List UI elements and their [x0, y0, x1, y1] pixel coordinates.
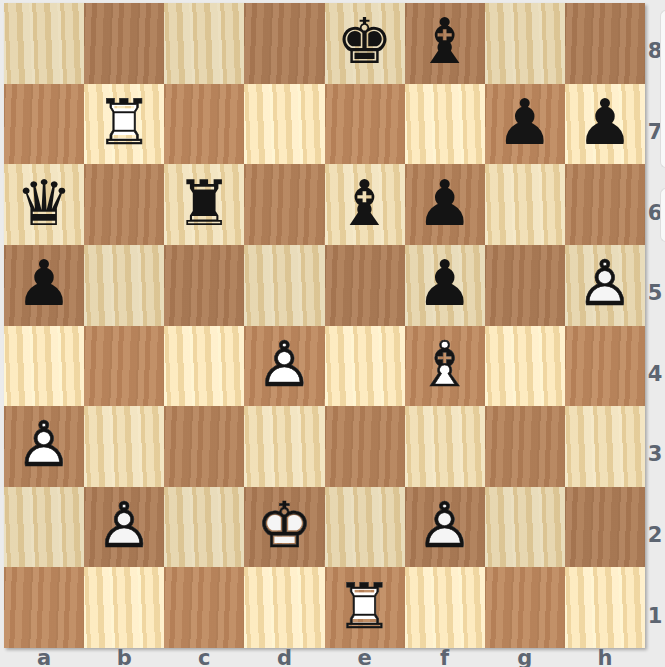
square-a7[interactable] [4, 84, 84, 165]
white-pawn-outline-glyph: ♙ [84, 494, 164, 557]
square-b6[interactable] [84, 164, 164, 245]
white-rook-outline-glyph: ♖ [84, 91, 164, 154]
square-f2[interactable]: ♟♙ [405, 487, 485, 568]
square-b7[interactable]: ♜♖ [84, 84, 164, 165]
piece-black-rook-c6[interactable]: ♜ [164, 164, 244, 245]
file-label-d: d [244, 646, 324, 667]
piece-white-pawn-d4[interactable]: ♟♙ [244, 326, 324, 407]
square-d1[interactable] [244, 567, 324, 648]
square-h4[interactable] [565, 326, 645, 407]
square-f8[interactable]: ♝ [405, 3, 485, 84]
square-b5[interactable] [84, 245, 164, 326]
rank-label-3: 3 [645, 414, 665, 495]
piece-white-pawn-h5[interactable]: ♟♙ [565, 245, 645, 326]
piece-black-pawn-h7[interactable]: ♟ [565, 84, 645, 165]
white-pawn-outline-glyph: ♙ [244, 332, 324, 395]
square-f7[interactable] [405, 84, 485, 165]
square-h3[interactable] [565, 406, 645, 487]
piece-white-rook-b7[interactable]: ♜♖ [84, 84, 164, 165]
black-bishop-glyph: ♝ [325, 171, 405, 234]
square-a8[interactable] [4, 3, 84, 84]
white-bishop-outline-glyph: ♗ [405, 332, 485, 395]
square-d2[interactable]: ♚♔ [244, 487, 324, 568]
file-label-a: a [4, 646, 84, 667]
square-a3[interactable]: ♟♙ [4, 406, 84, 487]
square-h1[interactable] [565, 567, 645, 648]
square-e8[interactable]: ♚ [325, 3, 405, 84]
square-f1[interactable] [405, 567, 485, 648]
square-h6[interactable] [565, 164, 645, 245]
square-g1[interactable] [485, 567, 565, 648]
square-e7[interactable] [325, 84, 405, 165]
square-a1[interactable] [4, 567, 84, 648]
square-h5[interactable]: ♟♙ [565, 245, 645, 326]
square-g4[interactable] [485, 326, 565, 407]
black-pawn-glyph: ♟ [405, 171, 485, 234]
square-e2[interactable] [325, 487, 405, 568]
black-pawn-glyph: ♟ [485, 91, 565, 154]
black-king-glyph: ♚ [325, 10, 405, 73]
square-c2[interactable] [164, 487, 244, 568]
square-c8[interactable] [164, 3, 244, 84]
file-label-h: h [565, 646, 645, 667]
white-pawn-outline-glyph: ♙ [4, 413, 84, 476]
square-e1[interactable]: ♜♖ [325, 567, 405, 648]
square-e4[interactable] [325, 326, 405, 407]
chess-board: ♚♝♜♖♟♟♛♜♝♟♟♟♟♙♟♙♝♗♟♙♟♙♚♔♟♙♜♖ [4, 3, 645, 648]
square-b2[interactable]: ♟♙ [84, 487, 164, 568]
square-e6[interactable]: ♝ [325, 164, 405, 245]
rank-label-5: 5 [645, 253, 665, 334]
white-pawn-outline-glyph: ♙ [565, 252, 645, 315]
piece-white-bishop-f4[interactable]: ♝♗ [405, 326, 485, 407]
black-pawn-glyph: ♟ [565, 91, 645, 154]
square-c7[interactable] [164, 84, 244, 165]
piece-white-pawn-b2[interactable]: ♟♙ [84, 487, 164, 568]
right-edge-card [660, 188, 665, 242]
square-e5[interactable] [325, 245, 405, 326]
black-queen-glyph: ♛ [4, 171, 84, 234]
piece-black-pawn-f5[interactable]: ♟ [405, 245, 485, 326]
piece-black-queen-a6[interactable]: ♛ [4, 164, 84, 245]
square-g7[interactable]: ♟ [485, 84, 565, 165]
square-g5[interactable] [485, 245, 565, 326]
piece-black-bishop-e6[interactable]: ♝ [325, 164, 405, 245]
piece-white-rook-e1[interactable]: ♜♖ [325, 567, 405, 648]
white-king-outline-glyph: ♔ [244, 494, 324, 557]
black-pawn-glyph: ♟ [405, 252, 485, 315]
square-d5[interactable] [244, 245, 324, 326]
square-f5[interactable]: ♟ [405, 245, 485, 326]
square-c1[interactable] [164, 567, 244, 648]
black-bishop-glyph: ♝ [405, 10, 485, 73]
right-edge-card [660, 10, 665, 168]
piece-black-pawn-g7[interactable]: ♟ [485, 84, 565, 165]
square-h7[interactable]: ♟ [565, 84, 645, 165]
square-h2[interactable] [565, 487, 645, 568]
rank-label-4: 4 [645, 334, 665, 415]
square-f4[interactable]: ♝♗ [405, 326, 485, 407]
square-c4[interactable] [164, 326, 244, 407]
piece-black-bishop-f8[interactable]: ♝ [405, 3, 485, 84]
square-g3[interactable] [485, 406, 565, 487]
piece-white-king-d2[interactable]: ♚♔ [244, 487, 324, 568]
square-b3[interactable] [84, 406, 164, 487]
square-b4[interactable] [84, 326, 164, 407]
file-label-g: g [485, 646, 565, 667]
square-a5[interactable]: ♟ [4, 245, 84, 326]
square-f6[interactable]: ♟ [405, 164, 485, 245]
black-pawn-glyph: ♟ [4, 252, 84, 315]
square-g6[interactable] [485, 164, 565, 245]
square-c3[interactable] [164, 406, 244, 487]
square-d7[interactable] [244, 84, 324, 165]
square-c6[interactable]: ♜ [164, 164, 244, 245]
rank-label-2: 2 [645, 495, 665, 576]
square-a4[interactable] [4, 326, 84, 407]
square-d4[interactable]: ♟♙ [244, 326, 324, 407]
square-h8[interactable] [565, 3, 645, 84]
square-g2[interactable] [485, 487, 565, 568]
file-label-c: c [164, 646, 244, 667]
file-label-e: e [325, 646, 405, 667]
square-c5[interactable] [164, 245, 244, 326]
square-b1[interactable] [84, 567, 164, 648]
file-label-b: b [84, 646, 164, 667]
file-labels: abcdefgh [4, 646, 645, 667]
square-d8[interactable] [244, 3, 324, 84]
rank-label-1: 1 [645, 575, 665, 656]
white-pawn-outline-glyph: ♙ [405, 494, 485, 557]
piece-white-pawn-f2[interactable]: ♟♙ [405, 487, 485, 568]
black-rook-glyph: ♜ [164, 171, 244, 234]
piece-black-king-e8[interactable]: ♚ [325, 3, 405, 84]
file-label-f: f [405, 646, 485, 667]
square-a2[interactable] [4, 487, 84, 568]
square-d6[interactable] [244, 164, 324, 245]
square-d3[interactable] [244, 406, 324, 487]
square-f3[interactable] [405, 406, 485, 487]
piece-black-pawn-a5[interactable]: ♟ [4, 245, 84, 326]
piece-white-pawn-a3[interactable]: ♟♙ [4, 406, 84, 487]
square-g8[interactable] [485, 3, 565, 84]
white-rook-outline-glyph: ♖ [325, 574, 405, 637]
square-e3[interactable] [325, 406, 405, 487]
square-b8[interactable] [84, 3, 164, 84]
piece-black-pawn-f6[interactable]: ♟ [405, 164, 485, 245]
square-a6[interactable]: ♛ [4, 164, 84, 245]
